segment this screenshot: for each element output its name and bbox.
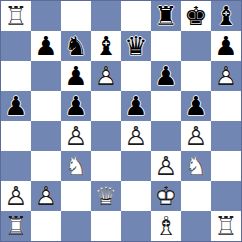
square-f4[interactable]: [151, 121, 181, 151]
white-pawn: ♙: [91, 61, 121, 91]
square-d6[interactable]: ♟♙: [91, 61, 121, 91]
black-rook: ♜: [151, 1, 181, 31]
square-g5[interactable]: ♟: [181, 91, 211, 121]
white-pawn: ♙: [31, 181, 61, 211]
square-c3[interactable]: ♞♘: [61, 151, 91, 181]
white-knight-fill: ♞: [181, 151, 211, 181]
square-b2[interactable]: ♟♙: [31, 181, 61, 211]
square-c1[interactable]: [61, 211, 91, 241]
square-c8[interactable]: [61, 1, 91, 31]
square-a6[interactable]: [1, 61, 31, 91]
black-queen: ♛: [121, 31, 151, 61]
square-e1[interactable]: [121, 211, 151, 241]
white-rook-fill: ♜: [1, 1, 31, 31]
white-knight: ♘: [61, 151, 91, 181]
square-g3[interactable]: ♞♘: [181, 151, 211, 181]
square-a4[interactable]: [1, 121, 31, 151]
white-pawn: ♙: [181, 121, 211, 151]
square-f7[interactable]: [151, 31, 181, 61]
white-pawn-fill: ♟: [31, 181, 61, 211]
white-queen-fill: ♛: [91, 181, 121, 211]
square-h1[interactable]: ♜♖: [211, 211, 241, 241]
chess-board: ♜♖♜♚♝♟♞♝♛♟♟♟♙♟♟♙♟♟♟♟♟♙♟♙♟♙♞♘♟♙♞♘♟♙♟♙♛♕♚♔…: [0, 0, 242, 242]
black-pawn: ♟: [181, 91, 211, 121]
square-e2[interactable]: [121, 181, 151, 211]
white-rook: ♖: [211, 211, 241, 241]
square-b3[interactable]: [31, 151, 61, 181]
square-f5[interactable]: [151, 91, 181, 121]
square-e7[interactable]: ♛: [121, 31, 151, 61]
square-f2[interactable]: ♚♔: [151, 181, 181, 211]
white-rook-fill: ♜: [1, 211, 31, 241]
square-d3[interactable]: [91, 151, 121, 181]
square-e3[interactable]: [121, 151, 151, 181]
white-pawn: ♙: [211, 61, 241, 91]
square-a3[interactable]: [1, 151, 31, 181]
square-g2[interactable]: [181, 181, 211, 211]
square-f8[interactable]: ♜: [151, 1, 181, 31]
square-g6[interactable]: [181, 61, 211, 91]
square-g7[interactable]: [181, 31, 211, 61]
white-pawn-fill: ♟: [211, 61, 241, 91]
square-b5[interactable]: [31, 91, 61, 121]
square-h4[interactable]: [211, 121, 241, 151]
square-b4[interactable]: [31, 121, 61, 151]
square-b1[interactable]: [31, 211, 61, 241]
black-pawn: ♟: [61, 91, 91, 121]
square-a1[interactable]: ♜♖: [1, 211, 31, 241]
square-d1[interactable]: [91, 211, 121, 241]
black-pawn: ♟: [121, 91, 151, 121]
square-d8[interactable]: [91, 1, 121, 31]
black-pawn: ♟: [61, 61, 91, 91]
square-c2[interactable]: [61, 181, 91, 211]
white-pawn: ♙: [1, 181, 31, 211]
white-pawn-fill: ♟: [91, 61, 121, 91]
square-e5[interactable]: ♟: [121, 91, 151, 121]
black-bishop: ♝: [211, 1, 241, 31]
square-b8[interactable]: [31, 1, 61, 31]
square-c5[interactable]: ♟: [61, 91, 91, 121]
white-pawn-fill: ♟: [121, 121, 151, 151]
square-a5[interactable]: ♟: [1, 91, 31, 121]
square-b7[interactable]: ♟: [31, 31, 61, 61]
white-bishop-fill: ♝: [151, 211, 181, 241]
square-c7[interactable]: ♞: [61, 31, 91, 61]
white-pawn-fill: ♟: [181, 121, 211, 151]
square-f1[interactable]: ♝♗: [151, 211, 181, 241]
black-bishop: ♝: [91, 31, 121, 61]
black-pawn: ♟: [1, 91, 31, 121]
square-g4[interactable]: ♟♙: [181, 121, 211, 151]
black-pawn: ♟: [151, 61, 181, 91]
white-pawn-fill: ♟: [1, 181, 31, 211]
square-h2[interactable]: [211, 181, 241, 211]
square-h7[interactable]: ♟: [211, 31, 241, 61]
square-c6[interactable]: ♟: [61, 61, 91, 91]
square-h3[interactable]: [211, 151, 241, 181]
white-pawn-fill: ♟: [151, 151, 181, 181]
square-e8[interactable]: [121, 1, 151, 31]
white-pawn: ♙: [151, 151, 181, 181]
square-d2[interactable]: ♛♕: [91, 181, 121, 211]
square-h8[interactable]: ♝: [211, 1, 241, 31]
square-h5[interactable]: [211, 91, 241, 121]
white-rook: ♖: [1, 211, 31, 241]
square-d5[interactable]: [91, 91, 121, 121]
square-e6[interactable]: [121, 61, 151, 91]
white-queen: ♕: [91, 181, 121, 211]
square-e4[interactable]: ♟♙: [121, 121, 151, 151]
white-pawn: ♙: [61, 121, 91, 151]
square-h6[interactable]: ♟♙: [211, 61, 241, 91]
white-king: ♔: [151, 181, 181, 211]
square-b6[interactable]: [31, 61, 61, 91]
square-f3[interactable]: ♟♙: [151, 151, 181, 181]
white-pawn: ♙: [121, 121, 151, 151]
black-pawn: ♟: [211, 31, 241, 61]
square-d4[interactable]: [91, 121, 121, 151]
white-rook: ♖: [1, 1, 31, 31]
white-king-fill: ♚: [151, 181, 181, 211]
black-pawn: ♟: [31, 31, 61, 61]
white-knight-fill: ♞: [61, 151, 91, 181]
square-c4[interactable]: ♟♙: [61, 121, 91, 151]
white-pawn-fill: ♟: [61, 121, 91, 151]
white-bishop: ♗: [151, 211, 181, 241]
square-a2[interactable]: ♟♙: [1, 181, 31, 211]
white-knight: ♘: [181, 151, 211, 181]
black-king: ♚: [181, 1, 211, 31]
white-rook-fill: ♜: [211, 211, 241, 241]
square-a8[interactable]: ♜♖: [1, 1, 31, 31]
square-a7[interactable]: [1, 31, 31, 61]
square-d7[interactable]: ♝: [91, 31, 121, 61]
square-g1[interactable]: [181, 211, 211, 241]
square-f6[interactable]: ♟: [151, 61, 181, 91]
square-g8[interactable]: ♚: [181, 1, 211, 31]
black-knight: ♞: [61, 31, 91, 61]
